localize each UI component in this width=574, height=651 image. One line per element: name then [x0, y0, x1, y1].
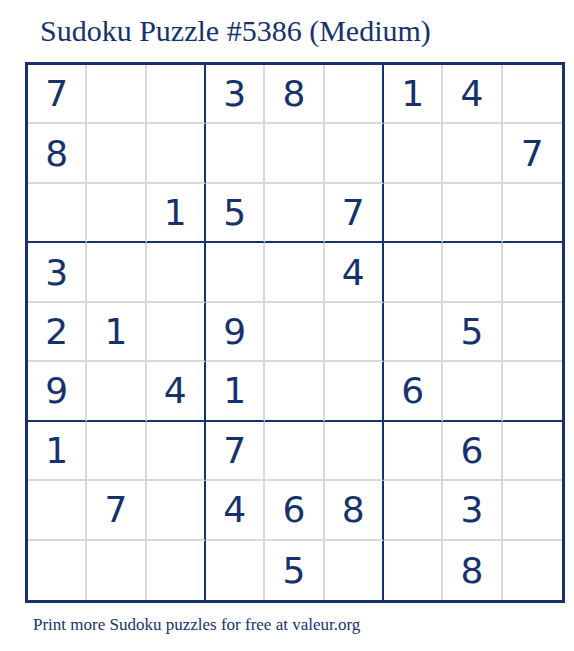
cell-r5c3: [147, 303, 206, 362]
cell-r1c2: [87, 65, 146, 124]
cell-r2c8: [443, 124, 502, 183]
page-title: Sudoku Puzzle #5386 (Medium): [40, 14, 431, 48]
cell-r9c5: 5: [265, 541, 324, 600]
sudoku-grid: 738148715734219594161767468358: [25, 62, 565, 603]
cell-r6c8: [443, 362, 502, 421]
cell-r2c5: [265, 124, 324, 183]
cell-r8c6: 8: [325, 481, 384, 540]
cell-r4c4: [206, 243, 265, 302]
cell-r8c7: [384, 481, 443, 540]
cell-r1c9: [503, 65, 562, 124]
cell-r5c8: 5: [443, 303, 502, 362]
cell-r5c4: 9: [206, 303, 265, 362]
cell-r8c9: [503, 481, 562, 540]
cell-r1c7: 1: [384, 65, 443, 124]
cell-r9c6: [325, 541, 384, 600]
cell-r8c8: 3: [443, 481, 502, 540]
cell-r2c9: 7: [503, 124, 562, 183]
cell-r8c5: 6: [265, 481, 324, 540]
cell-r6c4: 1: [206, 362, 265, 421]
cell-r7c5: [265, 422, 324, 481]
cell-r3c7: [384, 184, 443, 243]
cell-r1c8: 4: [443, 65, 502, 124]
cell-r2c6: [325, 124, 384, 183]
cell-r7c3: [147, 422, 206, 481]
cell-r1c4: 3: [206, 65, 265, 124]
cell-r9c3: [147, 541, 206, 600]
cell-r8c3: [147, 481, 206, 540]
cell-r8c2: 7: [87, 481, 146, 540]
cell-r5c7: [384, 303, 443, 362]
cell-r6c9: [503, 362, 562, 421]
cell-r8c1: [28, 481, 87, 540]
cell-r9c7: [384, 541, 443, 600]
cell-r5c9: [503, 303, 562, 362]
cell-r3c3: 1: [147, 184, 206, 243]
cell-r5c2: 1: [87, 303, 146, 362]
cell-r9c1: [28, 541, 87, 600]
cell-r4c5: [265, 243, 324, 302]
cell-r7c1: 1: [28, 422, 87, 481]
cell-r2c1: 8: [28, 124, 87, 183]
cell-r1c1: 7: [28, 65, 87, 124]
cell-r6c2: [87, 362, 146, 421]
cell-r4c8: [443, 243, 502, 302]
cell-r7c8: 6: [443, 422, 502, 481]
cell-r7c7: [384, 422, 443, 481]
cell-r2c2: [87, 124, 146, 183]
cell-r2c4: [206, 124, 265, 183]
cell-r7c4: 7: [206, 422, 265, 481]
cell-r1c6: [325, 65, 384, 124]
cell-r5c5: [265, 303, 324, 362]
cell-r7c2: [87, 422, 146, 481]
footer-text: Print more Sudoku puzzles for free at va…: [33, 615, 360, 635]
cell-r3c2: [87, 184, 146, 243]
cell-r7c9: [503, 422, 562, 481]
cell-r9c9: [503, 541, 562, 600]
cell-r2c7: [384, 124, 443, 183]
cell-r3c6: 7: [325, 184, 384, 243]
cell-r1c3: [147, 65, 206, 124]
cell-r4c2: [87, 243, 146, 302]
cell-r4c3: [147, 243, 206, 302]
cell-r2c3: [147, 124, 206, 183]
cell-r9c4: [206, 541, 265, 600]
cell-r6c3: 4: [147, 362, 206, 421]
cell-r3c5: [265, 184, 324, 243]
cell-r4c6: 4: [325, 243, 384, 302]
cell-r9c2: [87, 541, 146, 600]
cell-r8c4: 4: [206, 481, 265, 540]
cell-r6c6: [325, 362, 384, 421]
cell-r5c1: 2: [28, 303, 87, 362]
page: Sudoku Puzzle #5386 (Medium) 73814871573…: [0, 0, 574, 651]
cell-r1c5: 8: [265, 65, 324, 124]
cell-r9c8: 8: [443, 541, 502, 600]
cell-r5c6: [325, 303, 384, 362]
cell-r6c7: 6: [384, 362, 443, 421]
cell-r6c5: [265, 362, 324, 421]
cell-r6c1: 9: [28, 362, 87, 421]
cell-r3c1: [28, 184, 87, 243]
cell-r3c8: [443, 184, 502, 243]
cell-r4c9: [503, 243, 562, 302]
cell-r3c9: [503, 184, 562, 243]
cell-r3c4: 5: [206, 184, 265, 243]
cell-r4c1: 3: [28, 243, 87, 302]
cell-r4c7: [384, 243, 443, 302]
cell-r7c6: [325, 422, 384, 481]
